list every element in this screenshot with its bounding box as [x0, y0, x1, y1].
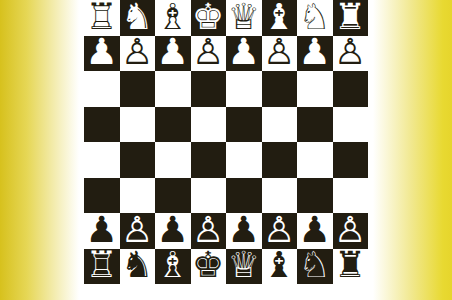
- square-c8[interactable]: ♗: [155, 0, 191, 36]
- square-h1[interactable]: ♜: [333, 249, 369, 285]
- square-a5[interactable]: [84, 107, 120, 143]
- square-h5[interactable]: [333, 107, 369, 143]
- piece-white-rook[interactable]: ♖: [86, 0, 118, 35]
- piece-black-pawn[interactable]: ♙: [121, 212, 153, 248]
- square-c6[interactable]: [155, 71, 191, 107]
- square-e7[interactable]: ♟: [226, 36, 262, 72]
- square-f7[interactable]: ♙: [262, 36, 298, 72]
- piece-white-knight[interactable]: ♞: [121, 0, 153, 35]
- square-h3[interactable]: [333, 178, 369, 214]
- piece-white-rook[interactable]: ♜: [334, 0, 366, 35]
- piece-white-pawn[interactable]: ♙: [121, 34, 153, 70]
- piece-black-rook[interactable]: ♖: [86, 247, 118, 283]
- piece-white-pawn[interactable]: ♟: [299, 34, 331, 70]
- square-f6[interactable]: [262, 71, 298, 107]
- square-a7[interactable]: ♟: [84, 36, 120, 72]
- square-a4[interactable]: [84, 142, 120, 178]
- square-c1[interactable]: ♗: [155, 249, 191, 285]
- square-g4[interactable]: [297, 142, 333, 178]
- piece-white-pawn[interactable]: ♙: [263, 34, 295, 70]
- square-b4[interactable]: [120, 142, 156, 178]
- square-c5[interactable]: [155, 107, 191, 143]
- piece-black-pawn[interactable]: ♙: [263, 212, 295, 248]
- piece-white-pawn[interactable]: ♙: [334, 34, 366, 70]
- square-d8[interactable]: ♚: [191, 0, 227, 36]
- piece-white-pawn[interactable]: ♙: [192, 34, 224, 70]
- piece-white-bishop[interactable]: ♝: [263, 0, 295, 35]
- square-g6[interactable]: [297, 71, 333, 107]
- piece-white-pawn[interactable]: ♟: [86, 34, 118, 70]
- square-a8[interactable]: ♖: [84, 0, 120, 36]
- square-f1[interactable]: ♝: [262, 249, 298, 285]
- square-e3[interactable]: [226, 178, 262, 214]
- piece-black-pawn[interactable]: ♟: [228, 212, 260, 248]
- square-c3[interactable]: [155, 178, 191, 214]
- square-c2[interactable]: ♟: [155, 213, 191, 249]
- piece-black-pawn[interactable]: ♟: [299, 212, 331, 248]
- square-a2[interactable]: ♟: [84, 213, 120, 249]
- square-e4[interactable]: [226, 142, 262, 178]
- square-b1[interactable]: ♞: [120, 249, 156, 285]
- square-b5[interactable]: [120, 107, 156, 143]
- square-f8[interactable]: ♝: [262, 0, 298, 36]
- square-g1[interactable]: ♘: [297, 249, 333, 285]
- square-g2[interactable]: ♟: [297, 213, 333, 249]
- piece-black-queen[interactable]: ♕: [228, 247, 260, 283]
- square-e5[interactable]: [226, 107, 262, 143]
- piece-black-rook[interactable]: ♜: [334, 247, 366, 283]
- square-b7[interactable]: ♙: [120, 36, 156, 72]
- piece-white-king[interactable]: ♚: [192, 0, 224, 35]
- square-d6[interactable]: [191, 71, 227, 107]
- square-a1[interactable]: ♖: [84, 249, 120, 285]
- square-f3[interactable]: [262, 178, 298, 214]
- square-g3[interactable]: [297, 178, 333, 214]
- piece-white-bishop[interactable]: ♗: [157, 0, 189, 35]
- square-b8[interactable]: ♞: [120, 0, 156, 36]
- square-h4[interactable]: [333, 142, 369, 178]
- piece-white-pawn[interactable]: ♟: [157, 34, 189, 70]
- piece-black-knight[interactable]: ♞: [121, 247, 153, 283]
- piece-black-pawn[interactable]: ♟: [86, 212, 118, 248]
- square-e6[interactable]: [226, 71, 262, 107]
- piece-black-knight[interactable]: ♘: [299, 247, 331, 283]
- piece-white-knight[interactable]: ♘: [299, 0, 331, 35]
- square-e2[interactable]: ♟: [226, 213, 262, 249]
- square-b3[interactable]: [120, 178, 156, 214]
- square-e1[interactable]: ♕: [226, 249, 262, 285]
- square-d2[interactable]: ♙: [191, 213, 227, 249]
- square-g7[interactable]: ♟: [297, 36, 333, 72]
- square-g8[interactable]: ♘: [297, 0, 333, 36]
- piece-black-pawn[interactable]: ♙: [192, 212, 224, 248]
- piece-black-pawn[interactable]: ♟: [157, 212, 189, 248]
- square-c4[interactable]: [155, 142, 191, 178]
- square-d3[interactable]: [191, 178, 227, 214]
- square-h2[interactable]: ♙: [333, 213, 369, 249]
- square-e8[interactable]: ♕: [226, 0, 262, 36]
- piece-black-king[interactable]: ♚: [192, 247, 224, 283]
- chess-board: ♖♞♗♚♕♝♘♜♟♙♟♙♟♙♟♙♟♙♟♙♟♙♟♙♖♞♗♚♕♝♘♜: [84, 0, 368, 284]
- square-d1[interactable]: ♚: [191, 249, 227, 285]
- square-g5[interactable]: [297, 107, 333, 143]
- square-d5[interactable]: [191, 107, 227, 143]
- piece-white-queen[interactable]: ♕: [228, 0, 260, 35]
- illustration-background: ♖♞♗♚♕♝♘♜♟♙♟♙♟♙♟♙♟♙♟♙♟♙♟♙♖♞♗♚♕♝♘♜: [0, 0, 452, 300]
- piece-black-pawn[interactable]: ♙: [334, 212, 366, 248]
- piece-black-bishop[interactable]: ♝: [263, 247, 295, 283]
- square-f4[interactable]: [262, 142, 298, 178]
- piece-black-bishop[interactable]: ♗: [157, 247, 189, 283]
- piece-white-pawn[interactable]: ♟: [228, 34, 260, 70]
- square-a6[interactable]: [84, 71, 120, 107]
- square-b2[interactable]: ♙: [120, 213, 156, 249]
- square-h7[interactable]: ♙: [333, 36, 369, 72]
- square-h6[interactable]: [333, 71, 369, 107]
- square-f2[interactable]: ♙: [262, 213, 298, 249]
- square-h8[interactable]: ♜: [333, 0, 369, 36]
- square-d7[interactable]: ♙: [191, 36, 227, 72]
- square-a3[interactable]: [84, 178, 120, 214]
- square-b6[interactable]: [120, 71, 156, 107]
- square-c7[interactable]: ♟: [155, 36, 191, 72]
- square-f5[interactable]: [262, 107, 298, 143]
- square-d4[interactable]: [191, 142, 227, 178]
